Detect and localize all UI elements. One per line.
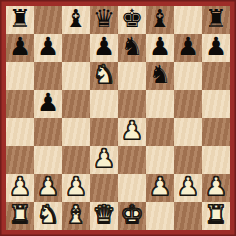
piece-white-bishop-c1: ♝ [65, 201, 87, 229]
square-h6[interactable] [202, 62, 230, 90]
piece-white-knight-d6: ♞ [93, 61, 115, 89]
square-h8[interactable]: ♜ [202, 6, 230, 34]
square-a4[interactable] [6, 118, 34, 146]
square-e8[interactable]: ♚ [118, 6, 146, 34]
piece-white-rook-a1: ♜ [9, 201, 31, 229]
square-a3[interactable] [6, 146, 34, 174]
square-a5[interactable] [6, 90, 34, 118]
square-h5[interactable] [202, 90, 230, 118]
square-h4[interactable] [202, 118, 230, 146]
square-b8[interactable] [34, 6, 62, 34]
square-f2[interactable]: ♟ [146, 174, 174, 202]
square-f4[interactable] [146, 118, 174, 146]
square-c1[interactable]: ♝ [62, 202, 90, 230]
square-a2[interactable]: ♟ [6, 174, 34, 202]
piece-black-bishop-f8: ♝ [149, 5, 171, 33]
square-g8[interactable] [174, 6, 202, 34]
piece-black-knight-f6: ♞ [149, 61, 171, 89]
piece-white-rook-h1: ♜ [205, 201, 227, 229]
square-f3[interactable] [146, 146, 174, 174]
square-e5[interactable] [118, 90, 146, 118]
square-f8[interactable]: ♝ [146, 6, 174, 34]
square-c5[interactable] [62, 90, 90, 118]
square-d5[interactable] [90, 90, 118, 118]
piece-black-pawn-b5: ♟ [37, 89, 59, 117]
square-e3[interactable] [118, 146, 146, 174]
piece-white-pawn-h2: ♟ [205, 173, 227, 201]
square-c8[interactable]: ♝ [62, 6, 90, 34]
square-c7[interactable] [62, 34, 90, 62]
square-c4[interactable] [62, 118, 90, 146]
square-d6[interactable]: ♞ [90, 62, 118, 90]
piece-black-rook-a8: ♜ [9, 5, 31, 33]
piece-black-queen-d8: ♛ [93, 5, 115, 33]
piece-white-pawn-f2: ♟ [149, 173, 171, 201]
chess-board-frame: ♜♝♛♚♝♜♟♟♟♞♟♟♟♞♞♟♟♟♟♟♟♟♟♟♜♞♝♛♚♜ [0, 0, 236, 236]
square-a7[interactable]: ♟ [6, 34, 34, 62]
square-d4[interactable] [90, 118, 118, 146]
piece-white-pawn-e4: ♟ [121, 117, 143, 145]
square-c6[interactable] [62, 62, 90, 90]
piece-white-pawn-c2: ♟ [65, 173, 87, 201]
piece-white-queen-d1: ♛ [93, 201, 115, 229]
piece-black-rook-h8: ♜ [205, 5, 227, 33]
piece-black-pawn-b7: ♟ [37, 33, 59, 61]
piece-black-pawn-d7: ♟ [93, 33, 115, 61]
square-g3[interactable] [174, 146, 202, 174]
square-g1[interactable] [174, 202, 202, 230]
square-e7[interactable]: ♞ [118, 34, 146, 62]
square-f6[interactable]: ♞ [146, 62, 174, 90]
square-e1[interactable]: ♚ [118, 202, 146, 230]
square-e6[interactable] [118, 62, 146, 90]
square-d7[interactable]: ♟ [90, 34, 118, 62]
square-d3[interactable]: ♟ [90, 146, 118, 174]
piece-white-pawn-g2: ♟ [177, 173, 199, 201]
square-h2[interactable]: ♟ [202, 174, 230, 202]
square-b6[interactable] [34, 62, 62, 90]
piece-black-knight-e7: ♞ [121, 33, 143, 61]
square-b4[interactable] [34, 118, 62, 146]
square-b7[interactable]: ♟ [34, 34, 62, 62]
square-c2[interactable]: ♟ [62, 174, 90, 202]
square-g7[interactable]: ♟ [174, 34, 202, 62]
piece-black-pawn-a7: ♟ [9, 33, 31, 61]
square-g2[interactable]: ♟ [174, 174, 202, 202]
square-f1[interactable] [146, 202, 174, 230]
square-b2[interactable]: ♟ [34, 174, 62, 202]
square-a1[interactable]: ♜ [6, 202, 34, 230]
piece-black-pawn-f7: ♟ [149, 33, 171, 61]
square-c3[interactable] [62, 146, 90, 174]
square-b5[interactable]: ♟ [34, 90, 62, 118]
piece-black-pawn-g7: ♟ [177, 33, 199, 61]
square-d2[interactable] [90, 174, 118, 202]
square-e4[interactable]: ♟ [118, 118, 146, 146]
square-h7[interactable]: ♟ [202, 34, 230, 62]
square-g4[interactable] [174, 118, 202, 146]
piece-white-knight-b1: ♞ [37, 201, 59, 229]
chess-board: ♜♝♛♚♝♜♟♟♟♞♟♟♟♞♞♟♟♟♟♟♟♟♟♟♜♞♝♛♚♜ [6, 6, 230, 230]
square-e2[interactable] [118, 174, 146, 202]
piece-black-king-e8: ♚ [121, 5, 143, 33]
piece-white-pawn-b2: ♟ [37, 173, 59, 201]
square-h3[interactable] [202, 146, 230, 174]
piece-white-pawn-a2: ♟ [9, 173, 31, 201]
square-b1[interactable]: ♞ [34, 202, 62, 230]
square-b3[interactable] [34, 146, 62, 174]
piece-black-pawn-h7: ♟ [205, 33, 227, 61]
square-g5[interactable] [174, 90, 202, 118]
piece-black-bishop-c8: ♝ [65, 5, 87, 33]
square-a8[interactable]: ♜ [6, 6, 34, 34]
piece-white-pawn-d3: ♟ [93, 145, 115, 173]
square-h1[interactable]: ♜ [202, 202, 230, 230]
square-f5[interactable] [146, 90, 174, 118]
square-d8[interactable]: ♛ [90, 6, 118, 34]
piece-white-king-e1: ♚ [121, 201, 143, 229]
square-d1[interactable]: ♛ [90, 202, 118, 230]
square-f7[interactable]: ♟ [146, 34, 174, 62]
square-a6[interactable] [6, 62, 34, 90]
square-g6[interactable] [174, 62, 202, 90]
